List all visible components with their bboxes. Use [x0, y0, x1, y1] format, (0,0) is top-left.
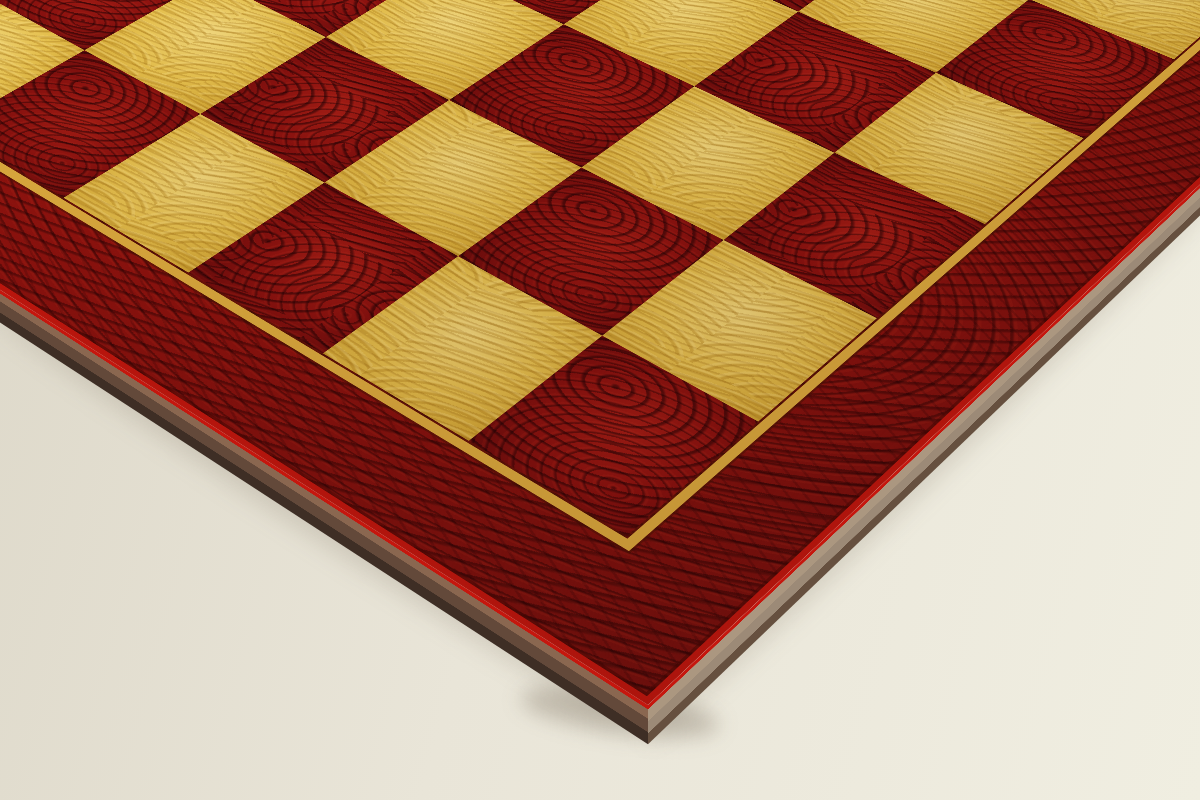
board-perspective-wrap	[0, 0, 1200, 800]
board-squares-grid	[0, 0, 1200, 536]
chessboard	[0, 0, 1200, 705]
photo-scene	[0, 0, 1200, 800]
